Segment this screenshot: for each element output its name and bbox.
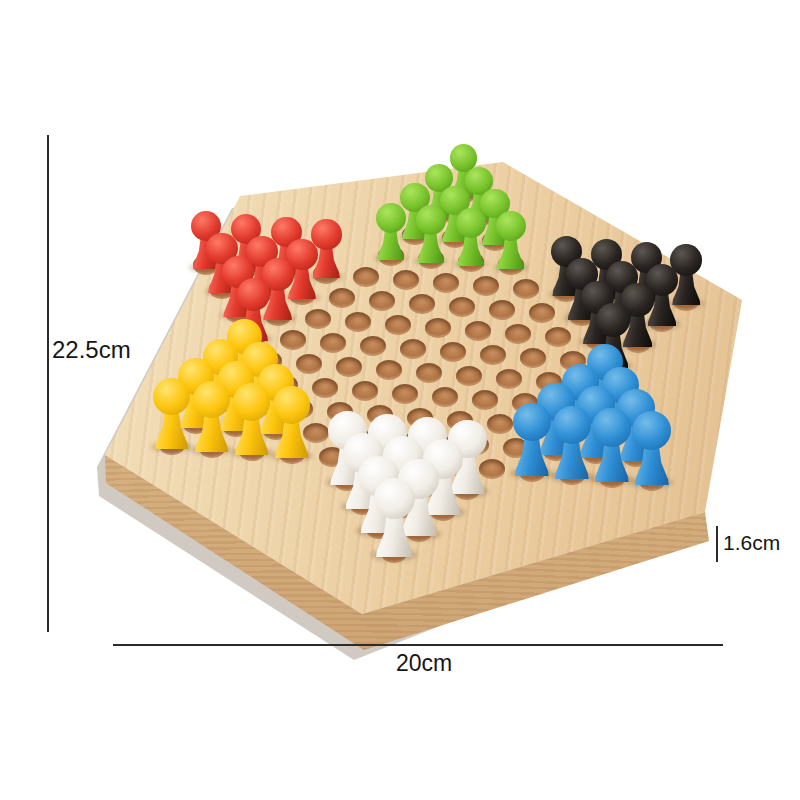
peg-head xyxy=(233,383,270,420)
width-dimension-line xyxy=(113,644,723,646)
product-photo: 22.5cm 20cm 1.6cm xyxy=(0,0,800,800)
peg-white xyxy=(374,478,415,557)
peg-green xyxy=(496,211,526,269)
peg-head xyxy=(632,411,671,450)
peg-blue xyxy=(632,411,671,485)
peg-blue xyxy=(513,403,551,476)
peg-head xyxy=(237,278,270,311)
peg-green xyxy=(376,203,406,260)
peg-head xyxy=(416,205,446,235)
peg-head xyxy=(513,403,551,441)
peg-blue xyxy=(553,406,591,479)
thickness-dimension-label: 1.6cm xyxy=(723,531,780,555)
piece-layer xyxy=(0,0,800,800)
height-dimension-line xyxy=(47,135,49,632)
peg-head xyxy=(273,386,311,424)
peg-green xyxy=(456,208,486,266)
peg-head xyxy=(376,203,406,233)
peg-head xyxy=(596,303,630,337)
peg-head xyxy=(553,406,591,444)
peg-yellow xyxy=(193,381,230,452)
peg-head xyxy=(592,408,630,446)
peg-green xyxy=(416,205,446,262)
peg-head xyxy=(456,208,486,238)
peg-head xyxy=(496,211,526,241)
thickness-dimension-line xyxy=(716,526,718,562)
peg-yellow xyxy=(273,386,311,458)
peg-yellow xyxy=(153,378,190,449)
peg-head xyxy=(153,378,190,415)
peg-yellow xyxy=(233,383,270,455)
peg-head xyxy=(193,381,230,418)
height-dimension-label: 22.5cm xyxy=(52,336,131,364)
peg-head xyxy=(374,478,415,519)
width-dimension-label: 20cm xyxy=(396,650,452,677)
peg-blue xyxy=(592,408,630,482)
